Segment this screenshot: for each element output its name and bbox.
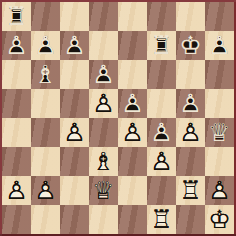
piece-fill-glyph: ♟ bbox=[176, 118, 205, 147]
piece-outline-glyph: ♖ bbox=[2, 2, 31, 31]
piece-outline-glyph: ♔ bbox=[205, 205, 234, 234]
black-king: ♚♔ bbox=[176, 31, 205, 60]
black-bishop: ♝♗ bbox=[31, 60, 60, 89]
square-e3[interactable] bbox=[118, 147, 147, 176]
piece-outline-glyph: ♙ bbox=[2, 31, 31, 60]
piece-fill-glyph: ♛ bbox=[89, 176, 118, 205]
black-pawn: ♟♙ bbox=[176, 89, 205, 118]
square-g5[interactable]: ♟♙ bbox=[176, 89, 205, 118]
square-a7[interactable]: ♟♙ bbox=[2, 31, 31, 60]
square-h6[interactable] bbox=[205, 60, 234, 89]
black-pawn: ♟♙ bbox=[60, 31, 89, 60]
piece-outline-glyph: ♙ bbox=[60, 31, 89, 60]
square-a3[interactable] bbox=[2, 147, 31, 176]
piece-outline-glyph: ♗ bbox=[89, 147, 118, 176]
piece-outline-glyph: ♙ bbox=[89, 89, 118, 118]
white-king: ♚♔ bbox=[205, 205, 234, 234]
square-b2[interactable]: ♟♙ bbox=[31, 176, 60, 205]
square-a5[interactable] bbox=[2, 89, 31, 118]
piece-outline-glyph: ♙ bbox=[147, 147, 176, 176]
white-pawn: ♟♙ bbox=[205, 176, 234, 205]
piece-outline-glyph: ♖ bbox=[176, 176, 205, 205]
black-pawn: ♟♙ bbox=[31, 31, 60, 60]
piece-fill-glyph: ♛ bbox=[205, 118, 234, 147]
black-pawn: ♟♙ bbox=[205, 31, 234, 60]
white-pawn: ♟♙ bbox=[31, 176, 60, 205]
square-d1[interactable] bbox=[89, 205, 118, 234]
piece-outline-glyph: ♙ bbox=[31, 31, 60, 60]
piece-fill-glyph: ♚ bbox=[205, 205, 234, 234]
piece-fill-glyph: ♟ bbox=[31, 31, 60, 60]
white-pawn: ♟♙ bbox=[89, 89, 118, 118]
square-a6[interactable] bbox=[2, 60, 31, 89]
square-d8[interactable] bbox=[89, 2, 118, 31]
square-a1[interactable] bbox=[2, 205, 31, 234]
piece-fill-glyph: ♟ bbox=[205, 176, 234, 205]
white-pawn: ♟♙ bbox=[2, 176, 31, 205]
square-g6[interactable] bbox=[176, 60, 205, 89]
board-frame: ♜♖♟♙♟♙♟♙♜♖♚♔♟♙♝♗♟♙♟♙♟♙♟♙♟♙♟♙♟♙♟♙♛♕♝♗♟♙♟♙… bbox=[0, 0, 236, 236]
piece-fill-glyph: ♟ bbox=[118, 89, 147, 118]
piece-outline-glyph: ♗ bbox=[31, 60, 60, 89]
square-f2[interactable] bbox=[147, 176, 176, 205]
square-e8[interactable] bbox=[118, 2, 147, 31]
piece-outline-glyph: ♙ bbox=[205, 31, 234, 60]
square-f1[interactable]: ♜♖ bbox=[147, 205, 176, 234]
piece-outline-glyph: ♙ bbox=[60, 118, 89, 147]
square-e5[interactable]: ♟♙ bbox=[118, 89, 147, 118]
black-pawn: ♟♙ bbox=[118, 89, 147, 118]
square-c4[interactable]: ♟♙ bbox=[60, 118, 89, 147]
piece-outline-glyph: ♖ bbox=[147, 205, 176, 234]
square-a2[interactable]: ♟♙ bbox=[2, 176, 31, 205]
square-b1[interactable] bbox=[31, 205, 60, 234]
square-f4[interactable]: ♟♙ bbox=[147, 118, 176, 147]
square-c3[interactable] bbox=[60, 147, 89, 176]
square-a4[interactable] bbox=[2, 118, 31, 147]
piece-fill-glyph: ♝ bbox=[31, 60, 60, 89]
piece-outline-glyph: ♙ bbox=[89, 60, 118, 89]
square-d4[interactable] bbox=[89, 118, 118, 147]
piece-fill-glyph: ♟ bbox=[2, 31, 31, 60]
white-pawn: ♟♙ bbox=[60, 118, 89, 147]
piece-fill-glyph: ♜ bbox=[2, 2, 31, 31]
square-c8[interactable] bbox=[60, 2, 89, 31]
piece-outline-glyph: ♙ bbox=[176, 118, 205, 147]
piece-fill-glyph: ♟ bbox=[147, 118, 176, 147]
square-e1[interactable] bbox=[118, 205, 147, 234]
square-h4[interactable]: ♛♕ bbox=[205, 118, 234, 147]
piece-fill-glyph: ♟ bbox=[60, 31, 89, 60]
piece-fill-glyph: ♟ bbox=[147, 147, 176, 176]
square-g2[interactable]: ♜♖ bbox=[176, 176, 205, 205]
black-rook: ♜♖ bbox=[147, 31, 176, 60]
piece-outline-glyph: ♖ bbox=[147, 31, 176, 60]
piece-fill-glyph: ♟ bbox=[31, 176, 60, 205]
square-d3[interactable]: ♝♗ bbox=[89, 147, 118, 176]
square-b4[interactable] bbox=[31, 118, 60, 147]
square-h8[interactable] bbox=[205, 2, 234, 31]
white-rook: ♜♖ bbox=[176, 176, 205, 205]
piece-outline-glyph: ♙ bbox=[176, 89, 205, 118]
piece-outline-glyph: ♕ bbox=[89, 176, 118, 205]
piece-fill-glyph: ♟ bbox=[176, 89, 205, 118]
piece-fill-glyph: ♟ bbox=[2, 176, 31, 205]
square-a8[interactable]: ♜♖ bbox=[2, 2, 31, 31]
chess-board: ♜♖♟♙♟♙♟♙♜♖♚♔♟♙♝♗♟♙♟♙♟♙♟♙♟♙♟♙♟♙♟♙♛♕♝♗♟♙♟♙… bbox=[2, 2, 234, 234]
square-f6[interactable] bbox=[147, 60, 176, 89]
square-d5[interactable]: ♟♙ bbox=[89, 89, 118, 118]
square-c6[interactable] bbox=[60, 60, 89, 89]
square-f8[interactable] bbox=[147, 2, 176, 31]
square-b3[interactable] bbox=[31, 147, 60, 176]
piece-fill-glyph: ♟ bbox=[60, 118, 89, 147]
square-e7[interactable] bbox=[118, 31, 147, 60]
piece-outline-glyph: ♙ bbox=[205, 176, 234, 205]
piece-outline-glyph: ♙ bbox=[118, 118, 147, 147]
piece-outline-glyph: ♙ bbox=[118, 89, 147, 118]
square-h2[interactable]: ♟♙ bbox=[205, 176, 234, 205]
square-h1[interactable]: ♚♔ bbox=[205, 205, 234, 234]
white-bishop: ♝♗ bbox=[89, 147, 118, 176]
white-rook: ♜♖ bbox=[147, 205, 176, 234]
piece-fill-glyph: ♟ bbox=[89, 60, 118, 89]
piece-outline-glyph: ♔ bbox=[176, 31, 205, 60]
white-pawn: ♟♙ bbox=[147, 147, 176, 176]
piece-fill-glyph: ♜ bbox=[176, 176, 205, 205]
piece-fill-glyph: ♝ bbox=[89, 147, 118, 176]
square-b6[interactable]: ♝♗ bbox=[31, 60, 60, 89]
piece-fill-glyph: ♟ bbox=[89, 89, 118, 118]
black-pawn: ♟♙ bbox=[2, 31, 31, 60]
square-c1[interactable] bbox=[60, 205, 89, 234]
piece-fill-glyph: ♚ bbox=[176, 31, 205, 60]
square-f7[interactable]: ♜♖ bbox=[147, 31, 176, 60]
square-e2[interactable] bbox=[118, 176, 147, 205]
square-g4[interactable]: ♟♙ bbox=[176, 118, 205, 147]
square-g3[interactable] bbox=[176, 147, 205, 176]
piece-outline-glyph: ♙ bbox=[2, 176, 31, 205]
piece-outline-glyph: ♙ bbox=[147, 118, 176, 147]
square-e6[interactable] bbox=[118, 60, 147, 89]
square-h7[interactable]: ♟♙ bbox=[205, 31, 234, 60]
piece-fill-glyph: ♜ bbox=[147, 31, 176, 60]
square-d7[interactable] bbox=[89, 31, 118, 60]
square-d2[interactable]: ♛♕ bbox=[89, 176, 118, 205]
square-g7[interactable]: ♚♔ bbox=[176, 31, 205, 60]
black-queen: ♛♕ bbox=[205, 118, 234, 147]
square-c2[interactable] bbox=[60, 176, 89, 205]
black-pawn: ♟♙ bbox=[89, 60, 118, 89]
square-h5[interactable] bbox=[205, 89, 234, 118]
black-rook: ♜♖ bbox=[2, 2, 31, 31]
black-pawn: ♟♙ bbox=[147, 118, 176, 147]
square-g1[interactable] bbox=[176, 205, 205, 234]
piece-fill-glyph: ♟ bbox=[118, 118, 147, 147]
white-pawn: ♟♙ bbox=[118, 118, 147, 147]
square-d6[interactable]: ♟♙ bbox=[89, 60, 118, 89]
square-g8[interactable] bbox=[176, 2, 205, 31]
square-e4[interactable]: ♟♙ bbox=[118, 118, 147, 147]
square-b8[interactable] bbox=[31, 2, 60, 31]
piece-outline-glyph: ♙ bbox=[31, 176, 60, 205]
square-c5[interactable] bbox=[60, 89, 89, 118]
piece-fill-glyph: ♜ bbox=[147, 205, 176, 234]
piece-outline-glyph: ♕ bbox=[205, 118, 234, 147]
square-c7[interactable]: ♟♙ bbox=[60, 31, 89, 60]
square-f5[interactable] bbox=[147, 89, 176, 118]
square-b7[interactable]: ♟♙ bbox=[31, 31, 60, 60]
piece-fill-glyph: ♟ bbox=[205, 31, 234, 60]
square-h3[interactable] bbox=[205, 147, 234, 176]
square-f3[interactable]: ♟♙ bbox=[147, 147, 176, 176]
square-b5[interactable] bbox=[31, 89, 60, 118]
white-queen: ♛♕ bbox=[89, 176, 118, 205]
white-pawn: ♟♙ bbox=[176, 118, 205, 147]
